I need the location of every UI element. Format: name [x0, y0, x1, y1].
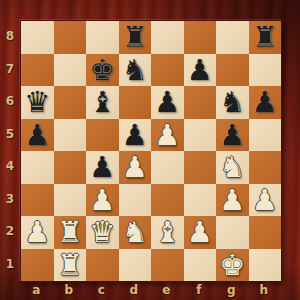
square-g8[interactable]: [216, 21, 249, 54]
square-b5[interactable]: [54, 119, 87, 152]
square-h6[interactable]: ♟: [249, 86, 282, 119]
square-c1[interactable]: [86, 249, 119, 282]
piece-black-knight[interactable]: ♞: [122, 54, 148, 86]
piece-black-pawn[interactable]: ♟: [154, 86, 180, 118]
piece-black-pawn[interactable]: ♟: [122, 119, 148, 151]
square-f2[interactable]: ♟: [184, 216, 217, 249]
piece-white-pawn[interactable]: ♟: [187, 216, 213, 248]
square-g6[interactable]: ♞: [216, 86, 249, 119]
piece-black-king[interactable]: ♚: [89, 54, 115, 86]
square-f7[interactable]: ♟: [184, 54, 217, 87]
rank-label-3: 3: [0, 183, 20, 216]
square-g7[interactable]: [216, 54, 249, 87]
piece-white-knight[interactable]: ♞: [122, 216, 148, 248]
square-d2[interactable]: ♞: [119, 216, 152, 249]
square-a6[interactable]: ♛: [21, 86, 54, 119]
square-e3[interactable]: [151, 184, 184, 217]
square-e7[interactable]: [151, 54, 184, 87]
piece-white-rook[interactable]: ♜: [57, 249, 83, 281]
square-a2[interactable]: ♟: [21, 216, 54, 249]
piece-white-pawn[interactable]: ♟: [89, 184, 115, 216]
file-label-b: b: [53, 280, 86, 300]
square-a7[interactable]: [21, 54, 54, 87]
square-d3[interactable]: [119, 184, 152, 217]
piece-black-pawn[interactable]: ♟: [219, 119, 245, 151]
square-a4[interactable]: [21, 151, 54, 184]
square-g4[interactable]: ♞: [216, 151, 249, 184]
square-e2[interactable]: ♝: [151, 216, 184, 249]
rank-label-2: 2: [0, 215, 20, 248]
square-d4[interactable]: ♟: [119, 151, 152, 184]
piece-black-rook[interactable]: ♜: [122, 21, 148, 53]
square-c8[interactable]: [86, 21, 119, 54]
square-b4[interactable]: [54, 151, 87, 184]
square-f5[interactable]: [184, 119, 217, 152]
piece-black-queen[interactable]: ♛: [24, 86, 50, 118]
chess-board: ♜♜♚♞♟♛♝♟♞♟♟♟♟♟♟♟♞♟♟♟♟♜♛♞♝♟♜♚: [20, 20, 282, 282]
file-label-e: e: [150, 280, 183, 300]
square-f8[interactable]: [184, 21, 217, 54]
file-label-h: h: [248, 280, 281, 300]
square-c6[interactable]: ♝: [86, 86, 119, 119]
piece-black-pawn[interactable]: ♟: [89, 151, 115, 183]
square-c5[interactable]: [86, 119, 119, 152]
square-d8[interactable]: ♜: [119, 21, 152, 54]
piece-white-bishop[interactable]: ♝: [154, 216, 180, 248]
square-e5[interactable]: ♟: [151, 119, 184, 152]
rank-labels: 87654321: [0, 20, 20, 280]
square-b7[interactable]: [54, 54, 87, 87]
piece-black-pawn[interactable]: ♟: [252, 86, 278, 118]
square-f4[interactable]: [184, 151, 217, 184]
square-e6[interactable]: ♟: [151, 86, 184, 119]
square-a5[interactable]: ♟: [21, 119, 54, 152]
square-e1[interactable]: [151, 249, 184, 282]
square-b3[interactable]: [54, 184, 87, 217]
piece-white-pawn[interactable]: ♟: [24, 216, 50, 248]
square-d7[interactable]: ♞: [119, 54, 152, 87]
piece-white-queen[interactable]: ♛: [89, 216, 115, 248]
piece-white-knight[interactable]: ♞: [219, 151, 245, 183]
square-c4[interactable]: ♟: [86, 151, 119, 184]
square-b1[interactable]: ♜: [54, 249, 87, 282]
square-a1[interactable]: [21, 249, 54, 282]
square-c2[interactable]: ♛: [86, 216, 119, 249]
rank-label-8: 8: [0, 20, 20, 53]
square-e4[interactable]: [151, 151, 184, 184]
rank-label-5: 5: [0, 118, 20, 151]
square-e8[interactable]: [151, 21, 184, 54]
piece-black-bishop[interactable]: ♝: [89, 86, 115, 118]
piece-black-pawn[interactable]: ♟: [24, 119, 50, 151]
piece-white-rook[interactable]: ♜: [57, 216, 83, 248]
file-label-g: g: [215, 280, 248, 300]
rank-label-6: 6: [0, 85, 20, 118]
square-h2[interactable]: [249, 216, 282, 249]
piece-white-pawn[interactable]: ♟: [219, 184, 245, 216]
square-h4[interactable]: [249, 151, 282, 184]
square-f6[interactable]: [184, 86, 217, 119]
square-h3[interactable]: ♟: [249, 184, 282, 217]
square-b6[interactable]: [54, 86, 87, 119]
piece-white-pawn[interactable]: ♟: [122, 151, 148, 183]
rank-label-7: 7: [0, 53, 20, 86]
square-h8[interactable]: ♜: [249, 21, 282, 54]
square-d6[interactable]: [119, 86, 152, 119]
square-a3[interactable]: [21, 184, 54, 217]
square-f1[interactable]: [184, 249, 217, 282]
board-frame: 87654321 ♜♜♚♞♟♛♝♟♞♟♟♟♟♟♟♟♞♟♟♟♟♜♛♞♝♟♜♚ ab…: [0, 0, 300, 300]
square-h5[interactable]: [249, 119, 282, 152]
file-label-a: a: [20, 280, 53, 300]
square-d5[interactable]: ♟: [119, 119, 152, 152]
square-c3[interactable]: ♟: [86, 184, 119, 217]
piece-black-pawn[interactable]: ♟: [187, 54, 213, 86]
square-f3[interactable]: [184, 184, 217, 217]
square-h7[interactable]: [249, 54, 282, 87]
square-c7[interactable]: ♚: [86, 54, 119, 87]
square-g5[interactable]: ♟: [216, 119, 249, 152]
piece-white-pawn[interactable]: ♟: [154, 119, 180, 151]
square-h1[interactable]: [249, 249, 282, 282]
piece-white-pawn[interactable]: ♟: [252, 184, 278, 216]
square-b2[interactable]: ♜: [54, 216, 87, 249]
piece-black-rook[interactable]: ♜: [252, 21, 278, 53]
square-b8[interactable]: [54, 21, 87, 54]
square-g2[interactable]: [216, 216, 249, 249]
rank-label-1: 1: [0, 248, 20, 281]
file-label-d: d: [118, 280, 151, 300]
file-labels: abcdefgh: [20, 280, 280, 300]
rank-label-4: 4: [0, 150, 20, 183]
file-label-c: c: [85, 280, 118, 300]
file-label-f: f: [183, 280, 216, 300]
piece-white-king[interactable]: ♚: [219, 249, 245, 281]
piece-black-knight[interactable]: ♞: [219, 86, 245, 118]
square-a8[interactable]: [21, 21, 54, 54]
square-g3[interactable]: ♟: [216, 184, 249, 217]
square-d1[interactable]: [119, 249, 152, 282]
square-g1[interactable]: ♚: [216, 249, 249, 282]
